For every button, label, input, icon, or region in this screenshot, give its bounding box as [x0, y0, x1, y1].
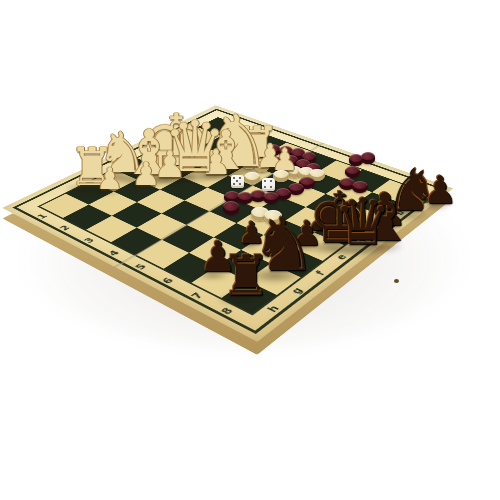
hinge-clasp [394, 279, 399, 283]
white-pawn[interactable]: ♟ [130, 158, 162, 190]
light-checker[interactable] [244, 172, 259, 184]
die-pip [239, 183, 241, 185]
rank-label-4: 4 [103, 247, 127, 260]
die[interactable] [231, 175, 244, 188]
die-pip [270, 186, 272, 188]
square-h2[interactable] [63, 204, 112, 229]
dark-checker[interactable] [349, 154, 363, 166]
dark-checker[interactable] [223, 201, 240, 214]
rank-label-3: 3 [78, 235, 101, 247]
rank-label-7: 7 [185, 289, 210, 304]
rank-label-5: 5 [129, 260, 153, 273]
light-checker[interactable] [273, 170, 288, 182]
die-pip [233, 177, 235, 179]
square-h5[interactable] [136, 240, 189, 269]
die-pip [233, 183, 235, 185]
product-photo-scene: ❧ ❧ 12345678abcdefgh ♜♟♞♟♝♟♞♚♛♝♟♟♜♟♟♞♟♟♟… [0, 0, 500, 500]
square-f4[interactable] [161, 200, 210, 225]
die-pip [236, 180, 238, 182]
black-rook[interactable]: ♜ [218, 248, 274, 304]
white-pawn[interactable]: ♟ [95, 164, 125, 194]
die-pip [239, 177, 241, 179]
rank-label-6: 6 [156, 274, 181, 288]
die-pip [264, 180, 266, 182]
square-h3[interactable] [86, 216, 136, 242]
die-pip [264, 186, 266, 188]
square-g4[interactable] [137, 213, 187, 239]
square-h4[interactable] [111, 227, 162, 255]
die[interactable] [262, 178, 275, 191]
square-g3[interactable] [112, 202, 161, 227]
black-queen[interactable]: ♛ [331, 190, 395, 254]
die-pip [270, 180, 272, 182]
rank-label-1: 1 [31, 211, 53, 222]
rank-label-2: 2 [54, 222, 77, 234]
